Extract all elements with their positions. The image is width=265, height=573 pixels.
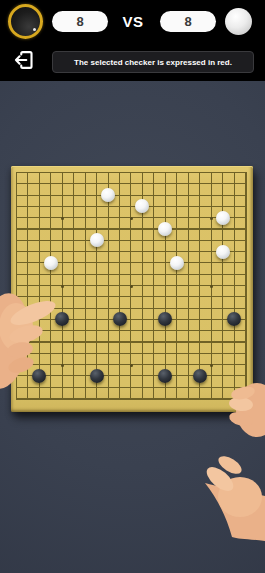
go-board[interactable] <box>11 166 253 412</box>
black-stone[interactable] <box>158 369 172 383</box>
black-score: 8 <box>76 14 83 29</box>
white-score: 8 <box>184 14 191 29</box>
white-stone[interactable] <box>158 222 172 236</box>
star-point <box>61 285 64 288</box>
black-score-badge: 8 <box>52 11 108 32</box>
right-hand-lower <box>188 449 265 549</box>
black-stone[interactable] <box>158 312 172 326</box>
black-stone[interactable] <box>55 312 69 326</box>
black-stone[interactable] <box>90 369 104 383</box>
white-stone[interactable] <box>170 256 184 270</box>
top-bar: 8 VS 8 The selected checker is expressed… <box>0 0 265 81</box>
star-point <box>210 364 213 367</box>
black-stone[interactable] <box>193 369 207 383</box>
game-scene <box>0 81 265 573</box>
hint-banner: The selected checker is expressed in red… <box>52 51 254 73</box>
black-stone[interactable] <box>227 312 241 326</box>
white-stone[interactable] <box>101 188 115 202</box>
white-stone[interactable] <box>216 245 230 259</box>
black-stone[interactable] <box>32 369 46 383</box>
star-point <box>61 217 64 220</box>
star-point <box>130 285 133 288</box>
hint-banner-text: The selected checker is expressed in red… <box>74 58 232 67</box>
app-screen: 8 VS 8 The selected checker is expressed… <box>0 0 265 573</box>
star-point <box>61 364 64 367</box>
white-stone[interactable] <box>90 233 104 247</box>
star-point <box>130 364 133 367</box>
black-player-stone-icon <box>8 4 43 39</box>
star-point <box>210 217 213 220</box>
star-point <box>210 285 213 288</box>
white-score-badge: 8 <box>160 11 216 32</box>
exit-button[interactable] <box>13 49 35 71</box>
black-stone[interactable] <box>113 312 127 326</box>
white-player-stone-icon <box>225 8 252 35</box>
white-stone[interactable] <box>216 211 230 225</box>
board-grid[interactable] <box>16 172 247 400</box>
star-point <box>130 217 133 220</box>
exit-arrow-icon <box>13 49 35 71</box>
white-stone[interactable] <box>44 256 58 270</box>
white-stone[interactable] <box>135 199 149 213</box>
vs-label: VS <box>112 13 154 30</box>
